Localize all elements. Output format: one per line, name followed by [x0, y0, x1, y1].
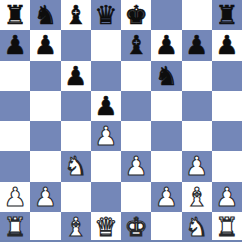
- piece-black-pawn-c6: ♟: [64, 62, 87, 88]
- square-e8[interactable]: ♚: [121, 0, 151, 30]
- piece-black-bishop-e7: ♝: [124, 32, 147, 58]
- piece-black-queen-d8: ♛: [94, 2, 117, 28]
- piece-white-knight-c3: ♞: [64, 153, 87, 179]
- piece-white-rook-a1: ♜: [3, 213, 26, 239]
- square-h1[interactable]: ♜: [212, 212, 242, 242]
- square-b3[interactable]: [30, 151, 60, 181]
- piece-black-pawn-a7: ♟: [3, 32, 26, 58]
- square-f3[interactable]: [151, 151, 181, 181]
- square-g6[interactable]: [182, 61, 212, 91]
- square-h2[interactable]: ♟: [212, 182, 242, 212]
- square-a4[interactable]: [0, 121, 30, 151]
- square-a7[interactable]: ♟: [0, 30, 30, 60]
- square-h3[interactable]: [212, 151, 242, 181]
- square-d4[interactable]: ♟: [91, 121, 121, 151]
- piece-black-knight-f6: ♞: [155, 62, 178, 88]
- piece-black-pawn-h7: ♟: [215, 32, 238, 58]
- square-g7[interactable]: ♟: [182, 30, 212, 60]
- square-f1[interactable]: [151, 212, 181, 242]
- square-g4[interactable]: [182, 121, 212, 151]
- square-e6[interactable]: [121, 61, 151, 91]
- piece-white-queen-d1: ♛: [94, 213, 117, 239]
- square-f4[interactable]: [151, 121, 181, 151]
- square-b1[interactable]: [30, 212, 60, 242]
- piece-black-king-e8: ♚: [124, 2, 147, 28]
- square-h5[interactable]: [212, 91, 242, 121]
- square-a8[interactable]: ♜: [0, 0, 30, 30]
- square-b6[interactable]: [30, 61, 60, 91]
- piece-black-knight-b8: ♞: [34, 2, 57, 28]
- piece-white-bishop-c1: ♝: [64, 213, 87, 239]
- square-f5[interactable]: [151, 91, 181, 121]
- square-d5[interactable]: ♟: [91, 91, 121, 121]
- square-a3[interactable]: [0, 151, 30, 181]
- square-g5[interactable]: [182, 91, 212, 121]
- piece-white-king-e1: ♚: [124, 213, 147, 239]
- square-h8[interactable]: ♜: [212, 0, 242, 30]
- square-b2[interactable]: ♟: [30, 182, 60, 212]
- square-c4[interactable]: [61, 121, 91, 151]
- square-f2[interactable]: ♟: [151, 182, 181, 212]
- square-a5[interactable]: [0, 91, 30, 121]
- square-h6[interactable]: [212, 61, 242, 91]
- square-h4[interactable]: [212, 121, 242, 151]
- square-b5[interactable]: [30, 91, 60, 121]
- square-b7[interactable]: ♟: [30, 30, 60, 60]
- square-f6[interactable]: ♞: [151, 61, 181, 91]
- square-d7[interactable]: [91, 30, 121, 60]
- square-c5[interactable]: [61, 91, 91, 121]
- square-g3[interactable]: ♟: [182, 151, 212, 181]
- square-b4[interactable]: [30, 121, 60, 151]
- piece-black-bishop-c8: ♝: [64, 2, 87, 28]
- square-d6[interactable]: [91, 61, 121, 91]
- square-h7[interactable]: ♟: [212, 30, 242, 60]
- piece-black-pawn-f7: ♟: [155, 32, 178, 58]
- square-e7[interactable]: ♝: [121, 30, 151, 60]
- square-b8[interactable]: ♞: [30, 0, 60, 30]
- square-g2[interactable]: ♝: [182, 182, 212, 212]
- piece-white-pawn-a2: ♟: [3, 183, 26, 209]
- piece-white-bishop-g2: ♝: [185, 183, 208, 209]
- square-a2[interactable]: ♟: [0, 182, 30, 212]
- square-c8[interactable]: ♝: [61, 0, 91, 30]
- piece-black-pawn-d5: ♟: [94, 92, 117, 118]
- piece-white-pawn-g3: ♟: [185, 153, 208, 179]
- piece-black-pawn-b7: ♟: [34, 32, 57, 58]
- piece-white-rook-h1: ♜: [215, 213, 238, 239]
- piece-white-pawn-f2: ♟: [155, 183, 178, 209]
- piece-white-knight-g1: ♞: [185, 213, 208, 239]
- square-e1[interactable]: ♚: [121, 212, 151, 242]
- square-f7[interactable]: ♟: [151, 30, 181, 60]
- piece-white-pawn-h2: ♟: [215, 183, 238, 209]
- square-e2[interactable]: [121, 182, 151, 212]
- square-d3[interactable]: [91, 151, 121, 181]
- square-a6[interactable]: [0, 61, 30, 91]
- square-f8[interactable]: [151, 0, 181, 30]
- square-c6[interactable]: ♟: [61, 61, 91, 91]
- square-e5[interactable]: [121, 91, 151, 121]
- square-d1[interactable]: ♛: [91, 212, 121, 242]
- square-d8[interactable]: ♛: [91, 0, 121, 30]
- square-g1[interactable]: ♞: [182, 212, 212, 242]
- square-d2[interactable]: [91, 182, 121, 212]
- chess-board: ♜♞♝♛♚♜♟♟♝♟♟♟♟♞♟♟♞♟♟♟♟♟♝♟♜♝♛♚♞♜: [0, 0, 242, 242]
- piece-white-pawn-d4: ♟: [94, 123, 117, 149]
- square-e4[interactable]: [121, 121, 151, 151]
- piece-white-pawn-b2: ♟: [34, 183, 57, 209]
- piece-white-pawn-e3: ♟: [124, 153, 147, 179]
- square-c3[interactable]: ♞: [61, 151, 91, 181]
- square-c2[interactable]: [61, 182, 91, 212]
- square-c1[interactable]: ♝: [61, 212, 91, 242]
- square-e3[interactable]: ♟: [121, 151, 151, 181]
- square-g8[interactable]: [182, 0, 212, 30]
- square-a1[interactable]: ♜: [0, 212, 30, 242]
- square-c7[interactable]: [61, 30, 91, 60]
- piece-black-pawn-g7: ♟: [185, 32, 208, 58]
- piece-black-rook-h8: ♜: [215, 2, 238, 28]
- piece-black-rook-a8: ♜: [3, 2, 26, 28]
